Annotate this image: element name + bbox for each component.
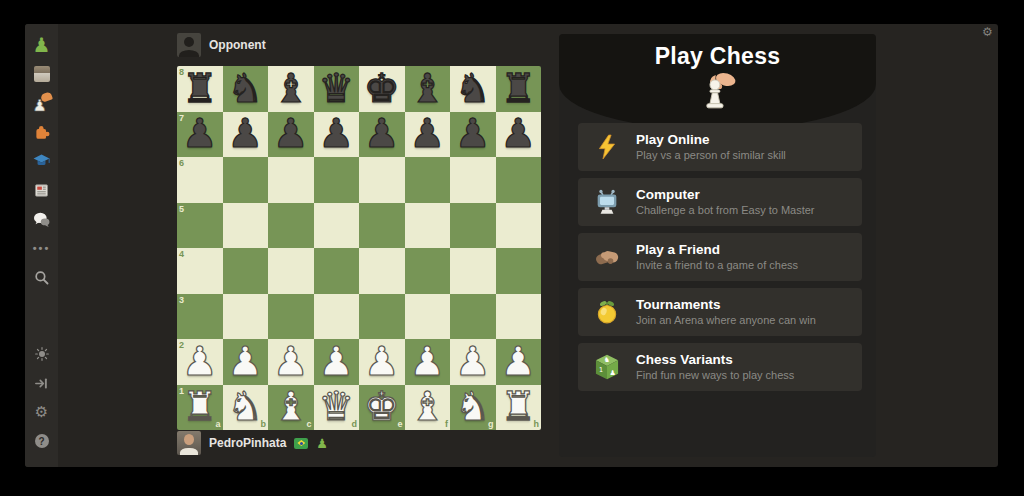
square-e8[interactable]: ♚: [359, 66, 405, 112]
white-pawn: ♟: [364, 341, 400, 381]
black-queen: ♛: [318, 68, 354, 108]
app-window: ♟ ♟: [25, 24, 998, 467]
black-rook: ♜: [182, 68, 218, 108]
sidebar: ♟ ♟: [25, 24, 58, 467]
square-d4[interactable]: [314, 248, 360, 294]
rank-label-3: 3: [179, 296, 184, 305]
white-pawn: ♟: [409, 341, 445, 381]
square-b3[interactable]: [223, 294, 269, 340]
file-label-a: a: [215, 420, 220, 429]
computer-button[interactable]: Computer Challenge a bot from Easy to Ma…: [578, 178, 862, 226]
square-g8[interactable]: ♞: [450, 66, 496, 112]
file-label-h: h: [534, 420, 540, 429]
white-pawn: ♟: [318, 341, 354, 381]
square-g3[interactable]: [450, 294, 496, 340]
square-e2[interactable]: ♟: [359, 339, 405, 385]
more-icon[interactable]: •••: [31, 237, 53, 259]
file-label-c: c: [306, 420, 311, 429]
computer-icon: [591, 186, 623, 218]
square-c5[interactable]: [268, 203, 314, 249]
square-a1[interactable]: 1a♜: [177, 385, 223, 431]
square-h7[interactable]: ♟: [496, 112, 542, 158]
screen: ♟ ♟: [0, 0, 1024, 496]
square-f7[interactable]: ♟: [405, 112, 451, 158]
svg-text:♞: ♞: [604, 356, 610, 364]
square-f8[interactable]: ♝: [405, 66, 451, 112]
square-e3[interactable]: [359, 294, 405, 340]
play-friend-button[interactable]: Play a Friend Invite a friend to a game …: [578, 233, 862, 281]
white-pawn: ♟: [455, 341, 491, 381]
square-h3[interactable]: [496, 294, 542, 340]
square-f2[interactable]: ♟: [405, 339, 451, 385]
opponent-avatar: [177, 33, 201, 57]
black-pawn: ♟: [182, 113, 218, 153]
black-bishop: ♝: [409, 68, 445, 108]
white-bishop: ♝: [409, 386, 445, 426]
chess-board: 8♜♞♝♛♚♝♞♜7♟♟♟♟♟♟♟♟65432♟♟♟♟♟♟♟♟1a♜b♞c♝d♛…: [177, 66, 541, 430]
player-avatar: [177, 431, 201, 455]
square-d6[interactable]: [314, 157, 360, 203]
white-pawn: ♟: [182, 341, 218, 381]
player-row[interactable]: PedroPinhata ♟: [177, 431, 328, 455]
white-queen: ♛: [318, 386, 354, 426]
panel-title: Play Chess: [655, 43, 781, 70]
black-pawn: ♟: [227, 113, 263, 153]
square-d5[interactable]: [314, 203, 360, 249]
square-c6[interactable]: [268, 157, 314, 203]
opponent-row[interactable]: Opponent: [177, 33, 266, 57]
square-f5[interactable]: [405, 203, 451, 249]
square-d7[interactable]: ♟: [314, 112, 360, 158]
white-rook: ♜: [500, 386, 536, 426]
black-pawn: ♟: [364, 113, 400, 153]
trophy-icon: [591, 296, 623, 328]
news-icon[interactable]: [31, 179, 53, 201]
svg-text:1: 1: [599, 366, 603, 374]
black-pawn: ♟: [500, 113, 536, 153]
square-d8[interactable]: ♛: [314, 66, 360, 112]
square-c1[interactable]: c♝: [268, 385, 314, 431]
white-knight: ♞: [455, 386, 491, 426]
white-rook: ♜: [182, 386, 218, 426]
square-h6[interactable]: [496, 157, 542, 203]
file-label-g: g: [488, 420, 494, 429]
board-settings-gear-icon[interactable]: ⚙: [982, 25, 993, 39]
square-b5[interactable]: [223, 203, 269, 249]
black-pawn: ♟: [318, 113, 354, 153]
lightning-icon: [591, 131, 623, 163]
black-rook: ♜: [500, 68, 536, 108]
online-pawn-icon: ♟: [316, 437, 328, 450]
play-online-button[interactable]: Play Online Play vs a person of similar …: [578, 123, 862, 171]
black-bishop: ♝: [273, 68, 309, 108]
square-g1[interactable]: g♞: [450, 385, 496, 431]
file-label-d: d: [352, 420, 358, 429]
square-c3[interactable]: [268, 294, 314, 340]
theme-toggle-icon[interactable]: [31, 343, 53, 365]
learn-icon[interactable]: [31, 150, 53, 172]
square-a5[interactable]: 5: [177, 203, 223, 249]
rank-label-1: 1: [179, 387, 184, 396]
svg-text:♟: ♟: [609, 369, 615, 377]
square-g5[interactable]: [450, 203, 496, 249]
white-pawn: ♟: [500, 341, 536, 381]
square-a4[interactable]: 4: [177, 248, 223, 294]
square-f6[interactable]: [405, 157, 451, 203]
rank-label-6: 6: [179, 159, 184, 168]
square-b2[interactable]: ♟: [223, 339, 269, 385]
opponent-name: Opponent: [209, 38, 266, 52]
square-h5[interactable]: [496, 203, 542, 249]
square-g7[interactable]: ♟: [450, 112, 496, 158]
square-d2[interactable]: ♟: [314, 339, 360, 385]
black-pawn: ♟: [409, 113, 445, 153]
square-f1[interactable]: f♝: [405, 385, 451, 431]
square-c4[interactable]: [268, 248, 314, 294]
square-a3[interactable]: 3: [177, 294, 223, 340]
square-b4[interactable]: [223, 248, 269, 294]
rank-label-8: 8: [179, 68, 184, 77]
square-h1[interactable]: h♜: [496, 385, 542, 431]
square-e6[interactable]: [359, 157, 405, 203]
social-icon[interactable]: [31, 208, 53, 230]
settings-gear-icon[interactable]: ⚙: [31, 401, 53, 423]
square-d1[interactable]: d♛: [314, 385, 360, 431]
square-b6[interactable]: [223, 157, 269, 203]
brazil-flag-icon: [294, 438, 308, 449]
square-g4[interactable]: [450, 248, 496, 294]
white-king: ♚: [364, 386, 400, 426]
play-icon[interactable]: ♟: [31, 92, 53, 114]
play-menu: Play Online Play vs a person of similar …: [578, 123, 862, 398]
square-g6[interactable]: [450, 157, 496, 203]
square-c2[interactable]: ♟: [268, 339, 314, 385]
white-pawn: ♟: [227, 341, 263, 381]
square-b1[interactable]: b♞: [223, 385, 269, 431]
black-knight: ♞: [227, 68, 263, 108]
square-a2[interactable]: 2♟: [177, 339, 223, 385]
square-a7[interactable]: 7♟: [177, 112, 223, 158]
square-h4[interactable]: [496, 248, 542, 294]
square-g2[interactable]: ♟: [450, 339, 496, 385]
black-king: ♚: [364, 68, 400, 108]
chesscom-logo-icon[interactable]: ♟: [31, 34, 53, 56]
square-e7[interactable]: ♟: [359, 112, 405, 158]
collapse-icon[interactable]: [31, 372, 53, 394]
square-e5[interactable]: [359, 203, 405, 249]
square-b8[interactable]: ♞: [223, 66, 269, 112]
help-icon[interactable]: ?: [31, 430, 53, 452]
square-c7[interactable]: ♟: [268, 112, 314, 158]
square-e1[interactable]: e♚: [359, 385, 405, 431]
file-label-f: f: [445, 420, 448, 429]
square-c8[interactable]: ♝: [268, 66, 314, 112]
rank-label-4: 4: [179, 250, 184, 259]
black-pawn: ♟: [455, 113, 491, 153]
rank-label-5: 5: [179, 205, 184, 214]
play-panel-header: Play Chess: [559, 34, 876, 130]
file-label-e: e: [397, 420, 402, 429]
play-panel: Play Chess: [559, 34, 876, 457]
handshake-icon: [591, 241, 623, 273]
square-f3[interactable]: [405, 294, 451, 340]
hand-holding-pawn-icon: [695, 68, 741, 114]
square-h2[interactable]: ♟: [496, 339, 542, 385]
square-h8[interactable]: ♜: [496, 66, 542, 112]
square-f4[interactable]: [405, 248, 451, 294]
black-knight: ♞: [455, 68, 491, 108]
tournaments-button[interactable]: Tournaments Join an Arena where anyone c…: [578, 288, 862, 336]
dice-icon: ♞ 1 ♟: [591, 351, 623, 383]
white-pawn: ♟: [273, 341, 309, 381]
rank-label-2: 2: [179, 341, 184, 350]
square-e4[interactable]: [359, 248, 405, 294]
search-icon[interactable]: [31, 266, 53, 288]
square-d3[interactable]: [314, 294, 360, 340]
square-a6[interactable]: 6: [177, 157, 223, 203]
square-b7[interactable]: ♟: [223, 112, 269, 158]
white-knight: ♞: [227, 386, 263, 426]
puzzles-icon[interactable]: [31, 121, 53, 143]
profile-avatar-icon[interactable]: [31, 63, 53, 85]
rank-label-7: 7: [179, 114, 184, 123]
square-a8[interactable]: 8♜: [177, 66, 223, 112]
player-name: PedroPinhata: [209, 436, 286, 450]
file-label-b: b: [261, 420, 267, 429]
white-bishop: ♝: [273, 386, 309, 426]
chess-variants-button[interactable]: ♞ 1 ♟ Chess Variants Find fun new ways t…: [578, 343, 862, 391]
black-pawn: ♟: [273, 113, 309, 153]
